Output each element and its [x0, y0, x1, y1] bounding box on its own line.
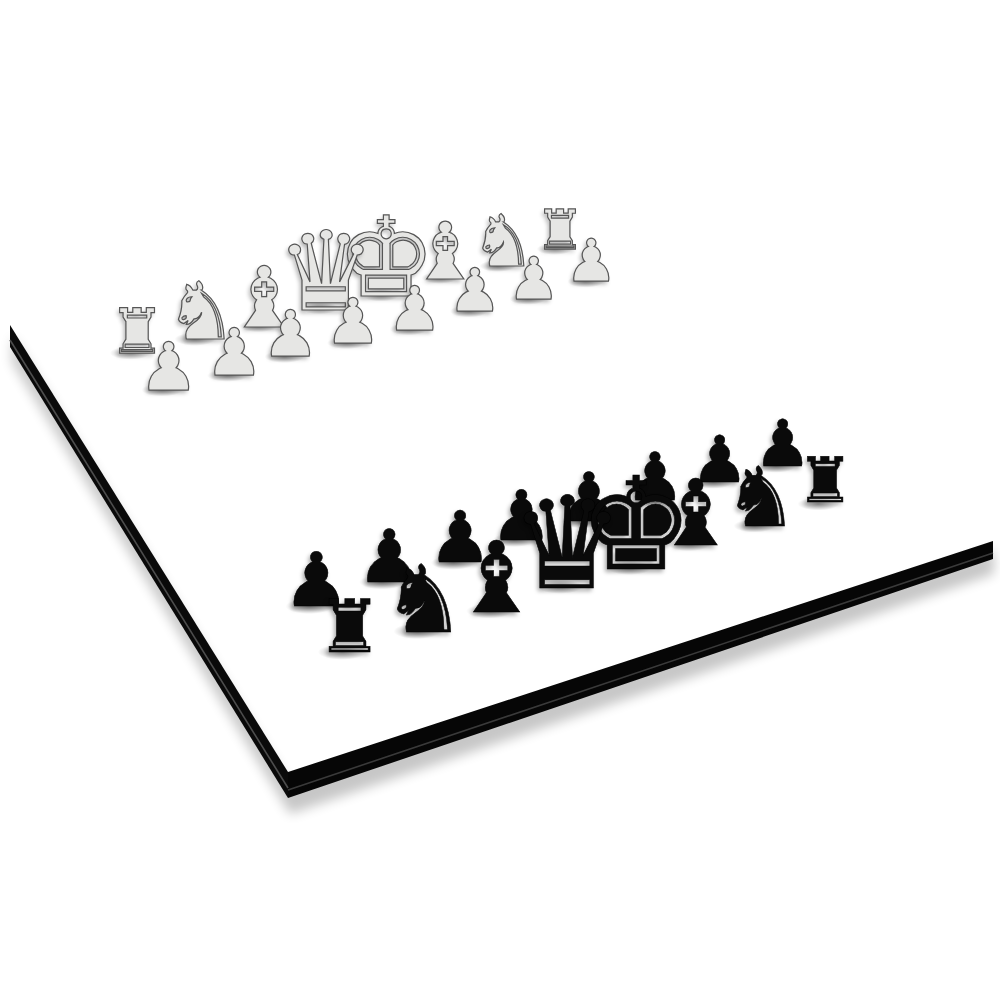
right-side-seam — [288, 553, 993, 790]
chess-set-photo: ♜♞♝♛♚♝♞♜♟♟♟♟♟♟♟♟♟♟♟♟♟♟♟♟♜♞♝♛♚♝♞♜ — [0, 0, 1000, 1000]
board-underside — [0, 0, 1000, 1000]
left-side-seam — [10, 340, 288, 788]
right-side-face — [288, 541, 993, 798]
left-side-face — [10, 325, 288, 798]
page: { "game": "chess", "description": "Angle… — [0, 0, 1000, 1000]
